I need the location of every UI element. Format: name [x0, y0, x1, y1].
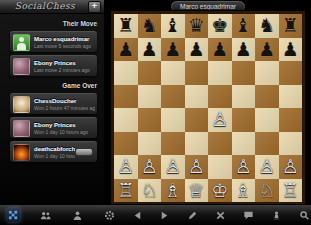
square-g4[interactable] — [255, 108, 279, 132]
square-b3[interactable] — [138, 132, 162, 156]
piece-black-pawn: ♟ — [164, 38, 181, 62]
arrow-right-icon — [159, 210, 170, 221]
square-a4[interactable] — [114, 108, 138, 132]
square-f4[interactable] — [232, 108, 256, 132]
section-header: Game Over — [0, 82, 97, 89]
piece-black-pawn: ♟ — [235, 38, 252, 62]
avatar — [13, 96, 30, 113]
piece-black-pawn: ♟ — [141, 38, 158, 62]
square-a1[interactable]: ♖ — [114, 179, 138, 203]
square-f3[interactable] — [232, 132, 256, 156]
piece-black-queen: ♛ — [188, 14, 205, 38]
square-h1[interactable]: ♖ — [279, 179, 303, 203]
square-b1[interactable]: ♘ — [138, 179, 162, 203]
piece-white-knight: ♘ — [141, 179, 158, 203]
square-e8[interactable]: ♚ — [208, 14, 232, 38]
square-f6[interactable] — [232, 61, 256, 85]
square-g2[interactable]: ♙ — [255, 155, 279, 179]
square-d1[interactable]: ♕ — [185, 179, 209, 203]
square-f1[interactable]: ♗ — [232, 179, 256, 203]
row-text: Ebony PrincesWon 1 day 10 hours ago — [34, 122, 88, 135]
avatar — [13, 144, 30, 161]
square-a8[interactable]: ♜ — [114, 14, 138, 38]
app-header: SocialChess + — [0, 0, 104, 14]
square-g5[interactable] — [255, 85, 279, 109]
piece-black-pawn: ♟ — [117, 38, 134, 62]
piece-black-bishop: ♝ — [235, 14, 252, 38]
piece-white-pawn: ♙ — [164, 155, 181, 179]
toolbar — [0, 204, 311, 225]
sidebar-list[interactable]: Their MoveMarco esquadrimarLast move 5 s… — [0, 20, 104, 162]
last-move-status: Won 1 day 10 hours ago — [34, 129, 88, 135]
sidebar: SocialChess + Their MoveMarco esquadrima… — [0, 0, 104, 225]
square-a3[interactable] — [114, 132, 138, 156]
toolbar-button-games[interactable] — [7, 208, 20, 222]
piece-white-pawn: ♙ — [258, 155, 275, 179]
square-b5[interactable] — [138, 85, 162, 109]
player-icon — [271, 210, 282, 221]
last-move-status: Last move 2 minutes ago — [34, 67, 90, 73]
square-h8[interactable]: ♜ — [279, 14, 303, 38]
last-move-status: Last move 5 seconds ago — [34, 43, 91, 49]
avatar — [13, 58, 30, 75]
game-row[interactable]: ChessDoucherWon 2 hours 47 minutes ago — [10, 93, 97, 114]
piece-white-knight: ♘ — [258, 179, 275, 203]
toolbar-button-chat[interactable] — [242, 208, 255, 222]
toolbar-button-settings[interactable] — [103, 208, 116, 222]
square-c4[interactable] — [161, 108, 185, 132]
row-text: ChessDoucherWon 2 hours 47 minutes ago — [34, 98, 95, 111]
square-e6[interactable] — [208, 61, 232, 85]
arrow-left-icon — [132, 210, 143, 221]
row-text: deathcabforchristinaWon 1 day 10 hours a… — [34, 146, 75, 159]
square-d8[interactable]: ♛ — [185, 14, 209, 38]
piece-black-pawn: ♟ — [282, 38, 299, 62]
gear-icon — [104, 210, 115, 221]
magnifier-icon — [299, 210, 310, 221]
toolbar-button-search[interactable] — [298, 208, 311, 222]
new-game-button[interactable]: + — [88, 1, 101, 13]
piece-white-bishop: ♗ — [164, 179, 181, 203]
toolbar-button-back[interactable] — [131, 208, 144, 222]
square-b7[interactable]: ♟ — [138, 38, 162, 62]
square-g3[interactable] — [255, 132, 279, 156]
piece-black-pawn: ♟ — [188, 38, 205, 62]
square-b4[interactable] — [138, 108, 162, 132]
square-a6[interactable] — [114, 61, 138, 85]
piece-white-king: ♔ — [211, 179, 228, 203]
piece-black-king: ♚ — [211, 14, 228, 38]
avatar — [13, 120, 30, 137]
piece-white-pawn: ♙ — [141, 155, 158, 179]
row-text: Marco esquadrimarLast move 5 seconds ago — [34, 36, 91, 49]
chat-bubble-icon — [243, 210, 254, 221]
square-g1[interactable]: ♘ — [255, 179, 279, 203]
square-f5[interactable] — [232, 85, 256, 109]
piece-white-pawn: ♙ — [211, 108, 228, 132]
player-name: Marco esquadrimar — [34, 36, 91, 42]
piece-black-rook: ♜ — [282, 14, 299, 38]
x-icon — [215, 210, 226, 221]
square-b2[interactable]: ♙ — [138, 155, 162, 179]
square-h2[interactable]: ♙ — [279, 155, 303, 179]
square-f7[interactable]: ♟ — [232, 38, 256, 62]
piece-white-pawn: ♙ — [117, 155, 134, 179]
row-text: Ebony PrincesLast move 2 minutes ago — [34, 60, 90, 73]
board-grid-icon — [8, 210, 19, 221]
last-move-status: Won 1 day 10 hours ago — [34, 153, 75, 159]
piece-white-pawn: ♙ — [235, 155, 252, 179]
square-b8[interactable]: ♞ — [138, 14, 162, 38]
square-c6[interactable] — [161, 61, 185, 85]
square-h6[interactable] — [279, 61, 303, 85]
app-title: SocialChess — [0, 1, 90, 11]
result-badge — [75, 148, 93, 156]
player-name: deathcabforchristina — [34, 146, 75, 152]
piece-black-pawn: ♟ — [258, 38, 275, 62]
section-header: Their Move — [0, 20, 97, 27]
player-name: ChessDoucher — [34, 98, 95, 104]
square-c8[interactable]: ♝ — [161, 14, 185, 38]
piece-black-pawn: ♟ — [211, 38, 228, 62]
game-row[interactable]: Ebony PrincesWon 1 day 10 hours ago — [10, 117, 97, 138]
piece-white-pawn: ♙ — [282, 155, 299, 179]
toolbar-button-resign[interactable] — [214, 208, 227, 222]
square-e2[interactable] — [208, 155, 232, 179]
toolbar-button-friends[interactable] — [39, 208, 52, 222]
piece-white-pawn: ♙ — [188, 155, 205, 179]
pencil-icon — [187, 210, 198, 221]
avatar — [13, 34, 30, 51]
square-g6[interactable] — [255, 61, 279, 85]
square-c1[interactable]: ♗ — [161, 179, 185, 203]
toolbar-button-forward[interactable] — [159, 208, 172, 222]
piece-black-bishop: ♝ — [164, 14, 181, 38]
square-a7[interactable]: ♟ — [114, 38, 138, 62]
toolbar-button-edit[interactable] — [186, 208, 199, 222]
square-a5[interactable] — [114, 85, 138, 109]
square-f2[interactable]: ♙ — [232, 155, 256, 179]
player-name: Ebony Princes — [34, 60, 90, 66]
game-row[interactable]: Ebony PrincesLast move 2 minutes ago — [10, 55, 97, 76]
last-move-status: Won 2 hours 47 minutes ago — [34, 105, 95, 111]
square-h4[interactable] — [279, 108, 303, 132]
square-c5[interactable] — [161, 85, 185, 109]
toolbar-button-profile[interactable] — [71, 208, 84, 222]
piece-black-knight: ♞ — [258, 14, 275, 38]
square-e7[interactable]: ♟ — [208, 38, 232, 62]
square-d2[interactable]: ♙ — [185, 155, 209, 179]
square-d4[interactable] — [185, 108, 209, 132]
square-d6[interactable] — [185, 61, 209, 85]
toolbar-button-player[interactable] — [270, 208, 283, 222]
square-e1[interactable]: ♔ — [208, 179, 232, 203]
square-h5[interactable] — [279, 85, 303, 109]
square-h7[interactable]: ♟ — [279, 38, 303, 62]
square-d7[interactable]: ♟ — [185, 38, 209, 62]
square-d5[interactable] — [185, 85, 209, 109]
person-icon — [72, 210, 83, 221]
game-row[interactable]: deathcabforchristinaWon 1 day 10 hours a… — [10, 141, 97, 162]
square-g8[interactable]: ♞ — [255, 14, 279, 38]
piece-white-queen: ♕ — [188, 179, 205, 203]
game-row[interactable]: Marco esquadrimarLast move 5 seconds ago — [10, 31, 97, 52]
piece-black-knight: ♞ — [141, 14, 158, 38]
square-c7[interactable]: ♟ — [161, 38, 185, 62]
square-h3[interactable] — [279, 132, 303, 156]
player-name: Ebony Princes — [34, 122, 88, 128]
piece-black-rook: ♜ — [117, 14, 134, 38]
square-e5[interactable] — [208, 85, 232, 109]
square-f8[interactable]: ♝ — [232, 14, 256, 38]
piece-white-rook: ♖ — [282, 179, 299, 203]
square-g7[interactable]: ♟ — [255, 38, 279, 62]
square-c2[interactable]: ♙ — [161, 155, 185, 179]
square-e4[interactable]: ♙ — [208, 108, 232, 132]
piece-white-rook: ♖ — [117, 179, 134, 203]
friends-icon — [40, 210, 51, 221]
square-e3[interactable] — [208, 132, 232, 156]
square-b6[interactable] — [138, 61, 162, 85]
square-c3[interactable] — [161, 132, 185, 156]
piece-white-bishop: ♗ — [235, 179, 252, 203]
socialchess-app: SocialChess + Their MoveMarco esquadrima… — [0, 0, 311, 225]
square-d3[interactable] — [185, 132, 209, 156]
square-a2[interactable]: ♙ — [114, 155, 138, 179]
chess-board: ♜♞♝♛♚♝♞♜♟♟♟♟♟♟♟♟♙♙♙♙♙♙♙♙♖♘♗♕♔♗♘♖ — [111, 11, 305, 205]
